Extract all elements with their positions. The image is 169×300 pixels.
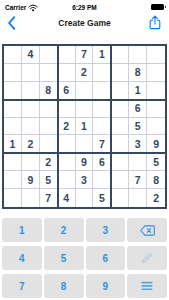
cell-r5c7[interactable] [111, 118, 129, 136]
sudoku-board: 471288616215127392965953787452 [2, 44, 167, 209]
status-bar: Carrier 6:29 PM [0, 0, 169, 12]
back-button[interactable] [7, 16, 17, 30]
cell-r9c3[interactable]: 7 [40, 189, 58, 207]
number-keypad: 123456789 [2, 218, 167, 298]
key-7[interactable]: 7 [2, 274, 42, 298]
cell-r5c2[interactable] [22, 118, 40, 136]
cell-r9c7[interactable] [111, 189, 129, 207]
cell-r7c5[interactable]: 9 [76, 153, 94, 171]
key-3[interactable]: 3 [86, 218, 126, 242]
cell-r9c1[interactable] [4, 189, 22, 207]
cell-r8c2[interactable]: 9 [22, 171, 40, 189]
cell-r3c7[interactable] [111, 82, 129, 100]
cell-r2c6[interactable] [93, 64, 111, 82]
key-5[interactable]: 5 [44, 246, 84, 270]
cell-r9c2[interactable] [22, 189, 40, 207]
cell-r1c9[interactable] [147, 46, 165, 64]
cell-r3c6[interactable] [93, 82, 111, 100]
menu-icon [141, 281, 153, 291]
cell-r5c5[interactable]: 1 [76, 118, 94, 136]
cell-r7c7[interactable] [111, 153, 129, 171]
key-1[interactable]: 1 [2, 218, 42, 242]
cell-r1c5[interactable]: 7 [76, 46, 94, 64]
cell-r7c2[interactable] [22, 153, 40, 171]
cell-r7c6[interactable]: 6 [93, 153, 111, 171]
cell-r3c2[interactable] [22, 82, 40, 100]
cell-r2c4[interactable] [58, 64, 76, 82]
key-menu[interactable] [127, 274, 167, 298]
cell-r4c5[interactable] [76, 100, 94, 118]
cell-r5c4[interactable]: 2 [58, 118, 76, 136]
box-divider-horizontal [4, 99, 165, 101]
cell-r9c8[interactable] [129, 189, 147, 207]
cell-r1c7[interactable] [111, 46, 129, 64]
cell-r4c3[interactable] [40, 100, 58, 118]
cell-r7c4[interactable] [58, 153, 76, 171]
cell-r8c4[interactable] [58, 171, 76, 189]
cell-r3c1[interactable] [4, 82, 22, 100]
cell-r2c3[interactable] [40, 64, 58, 82]
cell-r3c8[interactable]: 1 [129, 82, 147, 100]
cell-r9c4[interactable]: 4 [58, 189, 76, 207]
cell-r5c6[interactable] [93, 118, 111, 136]
cell-r8c9[interactable]: 8 [147, 171, 165, 189]
cell-r4c6[interactable] [93, 100, 111, 118]
cell-r6c5[interactable] [76, 135, 94, 153]
cell-r3c4[interactable]: 6 [58, 82, 76, 100]
cell-r2c2[interactable] [22, 64, 40, 82]
cell-r5c8[interactable]: 5 [129, 118, 147, 136]
cell-r8c7[interactable] [111, 171, 129, 189]
cell-r8c5[interactable]: 3 [76, 171, 94, 189]
cell-r1c8[interactable] [129, 46, 147, 64]
navigation-bar: Create Game [0, 12, 169, 34]
key-8[interactable]: 8 [44, 274, 84, 298]
box-divider-horizontal [4, 152, 165, 154]
page-title: Create Game [58, 18, 110, 28]
cell-r3c9[interactable] [147, 82, 165, 100]
share-button[interactable] [149, 15, 161, 30]
cell-r6c7[interactable] [111, 135, 129, 153]
cell-r4c4[interactable] [58, 100, 76, 118]
key-backspace[interactable] [127, 218, 167, 242]
chevron-left-icon [7, 16, 16, 30]
cell-r1c1[interactable] [4, 46, 22, 64]
cell-r1c6[interactable]: 1 [93, 46, 111, 64]
share-icon [149, 15, 161, 30]
pencil-icon [141, 252, 153, 264]
cell-r6c1[interactable]: 1 [4, 135, 22, 153]
cell-r3c5[interactable] [76, 82, 94, 100]
key-pencil[interactable] [127, 246, 167, 270]
cell-r7c9[interactable]: 5 [147, 153, 165, 171]
cell-r6c3[interactable] [40, 135, 58, 153]
cell-r6c8[interactable]: 3 [129, 135, 147, 153]
cell-r4c1[interactable] [4, 100, 22, 118]
cell-r7c8[interactable] [129, 153, 147, 171]
cell-r6c9[interactable]: 9 [147, 135, 165, 153]
cell-r6c6[interactable]: 7 [93, 135, 111, 153]
cell-r8c8[interactable]: 7 [129, 171, 147, 189]
cell-r9c9[interactable]: 2 [147, 189, 165, 207]
cell-r6c2[interactable]: 2 [22, 135, 40, 153]
key-6[interactable]: 6 [86, 246, 126, 270]
cell-r1c4[interactable] [58, 46, 76, 64]
cell-r2c1[interactable] [4, 64, 22, 82]
key-4[interactable]: 4 [2, 246, 42, 270]
cell-r8c3[interactable]: 5 [40, 171, 58, 189]
cell-r4c2[interactable] [22, 100, 40, 118]
cell-r4c8[interactable]: 6 [129, 100, 147, 118]
cell-r8c6[interactable] [93, 171, 111, 189]
cell-r6c4[interactable] [58, 135, 76, 153]
cell-r2c5[interactable]: 2 [76, 64, 94, 82]
box-divider-vertical [57, 46, 59, 207]
cell-r5c3[interactable] [40, 118, 58, 136]
cell-r2c9[interactable] [147, 64, 165, 82]
cell-r7c3[interactable]: 2 [40, 153, 58, 171]
cell-r5c9[interactable] [147, 118, 165, 136]
cell-r8c1[interactable] [4, 171, 22, 189]
box-divider-vertical [110, 46, 112, 207]
cell-r9c6[interactable]: 5 [93, 189, 111, 207]
cell-r7c1[interactable] [4, 153, 22, 171]
cell-r1c3[interactable] [40, 46, 58, 64]
clock: 6:29 PM [0, 4, 169, 11]
battery-icon [151, 4, 164, 10]
cell-r4c7[interactable] [111, 100, 129, 118]
cell-r1c2[interactable]: 4 [22, 46, 40, 64]
key-9[interactable]: 9 [86, 274, 126, 298]
backspace-icon [140, 225, 155, 236]
cell-r4c9[interactable] [147, 100, 165, 118]
cell-r3c3[interactable]: 8 [40, 82, 58, 100]
key-2[interactable]: 2 [44, 218, 84, 242]
cell-r2c8[interactable]: 8 [129, 64, 147, 82]
cell-r9c5[interactable] [76, 189, 94, 207]
cell-r2c7[interactable] [111, 64, 129, 82]
cell-r5c1[interactable] [4, 118, 22, 136]
